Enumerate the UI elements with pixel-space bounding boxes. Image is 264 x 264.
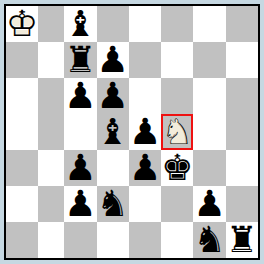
square-a4[interactable] [6,114,38,150]
piece-black-pawn: ♟ [64,150,96,186]
square-e3[interactable]: ♟ [129,150,161,186]
square-h6[interactable] [226,78,258,114]
square-e7[interactable] [129,42,161,78]
square-f1[interactable] [161,222,193,258]
square-c6[interactable]: ♟ [64,78,96,114]
board-frame: ♚♔♝♜♟♟♟♝♟♞♘♟♟♚♟♞♟♞♜ [0,0,264,264]
square-g3[interactable] [193,150,225,186]
square-e1[interactable] [129,222,161,258]
square-g1[interactable]: ♞ [193,222,225,258]
square-b1[interactable] [38,222,64,258]
square-h8[interactable] [226,6,258,42]
square-f8[interactable] [161,6,193,42]
square-d7[interactable]: ♟ [97,42,129,78]
square-b2[interactable] [38,186,64,222]
square-c4[interactable] [64,114,96,150]
piece-black-bishop: ♝ [64,6,96,42]
square-b8[interactable] [38,6,64,42]
square-d4[interactable]: ♝ [97,114,129,150]
square-f4[interactable]: ♞♘ [161,114,193,150]
square-h1[interactable]: ♜ [226,222,258,258]
square-b3[interactable] [38,150,64,186]
square-e8[interactable] [129,6,161,42]
piece-black-pawn: ♟ [64,78,96,114]
piece-black-pawn: ♟ [64,186,96,222]
piece-white-knight: ♞♘ [161,114,193,150]
square-c8[interactable]: ♝ [64,6,96,42]
square-b4[interactable] [38,114,64,150]
square-e4[interactable]: ♟ [129,114,161,150]
square-f6[interactable] [161,78,193,114]
square-b7[interactable] [38,42,64,78]
piece-white-king: ♚♔ [6,6,38,42]
square-g7[interactable] [193,42,225,78]
square-d2[interactable]: ♞ [97,186,129,222]
piece-black-pawn: ♟ [193,186,225,222]
square-a1[interactable] [6,222,38,258]
white-piece-outline-glyph: ♔ [6,3,38,44]
square-a3[interactable] [6,150,38,186]
piece-black-king: ♚ [161,150,193,186]
piece-black-pawn: ♟ [129,150,161,186]
piece-black-pawn: ♟ [97,42,129,78]
square-g8[interactable] [193,6,225,42]
chess-board: ♚♔♝♜♟♟♟♝♟♞♘♟♟♚♟♞♟♞♜ [6,6,258,258]
square-h3[interactable] [226,150,258,186]
square-h4[interactable] [226,114,258,150]
square-f7[interactable] [161,42,193,78]
square-c7[interactable]: ♜ [64,42,96,78]
square-g4[interactable] [193,114,225,150]
piece-black-knight: ♞ [193,222,225,258]
square-e6[interactable] [129,78,161,114]
white-piece-outline-glyph: ♘ [161,111,193,152]
square-a7[interactable] [6,42,38,78]
board-border: ♚♔♝♜♟♟♟♝♟♞♘♟♟♚♟♞♟♞♜ [4,4,260,260]
piece-black-pawn: ♟ [97,78,129,114]
square-f3[interactable]: ♚ [161,150,193,186]
square-d3[interactable] [97,150,129,186]
square-c3[interactable]: ♟ [64,150,96,186]
piece-black-rook: ♜ [64,42,96,78]
square-b6[interactable] [38,78,64,114]
square-d8[interactable] [97,6,129,42]
square-a2[interactable] [6,186,38,222]
square-h2[interactable] [226,186,258,222]
piece-black-knight: ♞ [97,186,129,222]
piece-black-rook: ♜ [226,222,258,258]
square-a6[interactable] [6,78,38,114]
square-g2[interactable]: ♟ [193,186,225,222]
square-d1[interactable] [97,222,129,258]
square-g6[interactable] [193,78,225,114]
piece-black-bishop: ♝ [97,114,129,150]
square-h7[interactable] [226,42,258,78]
square-e2[interactable] [129,186,161,222]
square-f2[interactable] [161,186,193,222]
piece-black-pawn: ♟ [129,114,161,150]
square-c2[interactable]: ♟ [64,186,96,222]
square-d6[interactable]: ♟ [97,78,129,114]
square-a8[interactable]: ♚♔ [6,6,38,42]
square-c1[interactable] [64,222,96,258]
